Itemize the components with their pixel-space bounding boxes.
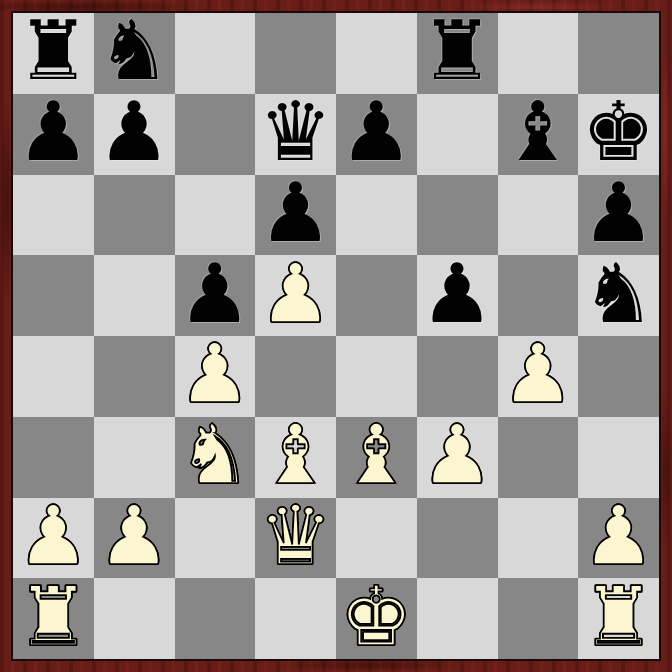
square-b5[interactable] bbox=[94, 255, 175, 336]
square-e8[interactable] bbox=[336, 13, 417, 94]
square-d2[interactable]: ♛ bbox=[255, 498, 336, 579]
square-a1[interactable]: ♜ bbox=[13, 578, 94, 659]
square-b6[interactable] bbox=[94, 175, 175, 256]
square-b4[interactable] bbox=[94, 336, 175, 417]
square-g7[interactable]: ♝ bbox=[498, 94, 579, 175]
square-d7[interactable]: ♛ bbox=[255, 94, 336, 175]
black-pawn[interactable]: ♟ bbox=[582, 173, 656, 253]
white-pawn[interactable]: ♟ bbox=[259, 254, 333, 334]
square-c6[interactable] bbox=[175, 175, 256, 256]
square-h6[interactable]: ♟ bbox=[578, 175, 659, 256]
square-f8[interactable]: ♜ bbox=[417, 13, 498, 94]
square-a8[interactable]: ♜ bbox=[13, 13, 94, 94]
white-pawn[interactable]: ♟ bbox=[97, 496, 171, 576]
square-e5[interactable] bbox=[336, 255, 417, 336]
white-pawn[interactable]: ♟ bbox=[582, 496, 656, 576]
square-a2[interactable]: ♟ bbox=[13, 498, 94, 579]
square-d1[interactable] bbox=[255, 578, 336, 659]
square-e1[interactable]: ♚ bbox=[336, 578, 417, 659]
square-a3[interactable] bbox=[13, 417, 94, 498]
black-pawn[interactable]: ♟ bbox=[420, 254, 494, 334]
square-b3[interactable] bbox=[94, 417, 175, 498]
square-h2[interactable]: ♟ bbox=[578, 498, 659, 579]
square-c4[interactable]: ♟ bbox=[175, 336, 256, 417]
square-a7[interactable]: ♟ bbox=[13, 94, 94, 175]
square-f3[interactable]: ♟ bbox=[417, 417, 498, 498]
square-f7[interactable] bbox=[417, 94, 498, 175]
square-h5[interactable]: ♞ bbox=[578, 255, 659, 336]
square-g8[interactable] bbox=[498, 13, 579, 94]
square-d4[interactable] bbox=[255, 336, 336, 417]
white-bishop[interactable]: ♝ bbox=[259, 415, 333, 495]
square-f2[interactable] bbox=[417, 498, 498, 579]
black-queen[interactable]: ♛ bbox=[259, 92, 333, 172]
white-pawn[interactable]: ♟ bbox=[501, 334, 575, 414]
square-g5[interactable] bbox=[498, 255, 579, 336]
square-h7[interactable]: ♚ bbox=[578, 94, 659, 175]
square-f5[interactable]: ♟ bbox=[417, 255, 498, 336]
square-f6[interactable] bbox=[417, 175, 498, 256]
square-c1[interactable] bbox=[175, 578, 256, 659]
black-pawn[interactable]: ♟ bbox=[17, 92, 91, 172]
square-e4[interactable] bbox=[336, 336, 417, 417]
square-c7[interactable] bbox=[175, 94, 256, 175]
square-b7[interactable]: ♟ bbox=[94, 94, 175, 175]
square-g4[interactable]: ♟ bbox=[498, 336, 579, 417]
square-h4[interactable] bbox=[578, 336, 659, 417]
square-a6[interactable] bbox=[13, 175, 94, 256]
square-c3[interactable]: ♞ bbox=[175, 417, 256, 498]
square-h1[interactable]: ♜ bbox=[578, 578, 659, 659]
black-pawn[interactable]: ♟ bbox=[259, 173, 333, 253]
white-king[interactable]: ♚ bbox=[340, 577, 414, 657]
square-g3[interactable] bbox=[498, 417, 579, 498]
square-d6[interactable]: ♟ bbox=[255, 175, 336, 256]
square-g6[interactable] bbox=[498, 175, 579, 256]
black-bishop[interactable]: ♝ bbox=[501, 92, 575, 172]
white-pawn[interactable]: ♟ bbox=[178, 334, 252, 414]
square-g1[interactable] bbox=[498, 578, 579, 659]
square-c8[interactable] bbox=[175, 13, 256, 94]
chess-board: ♜♞♜♟♟♛♟♝♚♟♟♟♟♟♞♟♟♞♝♝♟♟♟♛♟♜♚♜ bbox=[11, 11, 661, 661]
square-g2[interactable] bbox=[498, 498, 579, 579]
square-d3[interactable]: ♝ bbox=[255, 417, 336, 498]
square-e3[interactable]: ♝ bbox=[336, 417, 417, 498]
square-e2[interactable] bbox=[336, 498, 417, 579]
square-a5[interactable] bbox=[13, 255, 94, 336]
square-e6[interactable] bbox=[336, 175, 417, 256]
white-rook[interactable]: ♜ bbox=[17, 577, 91, 657]
black-knight[interactable]: ♞ bbox=[97, 11, 171, 91]
square-d5[interactable]: ♟ bbox=[255, 255, 336, 336]
square-f4[interactable] bbox=[417, 336, 498, 417]
black-king[interactable]: ♚ bbox=[582, 92, 656, 172]
white-queen[interactable]: ♛ bbox=[259, 496, 333, 576]
white-pawn[interactable]: ♟ bbox=[17, 496, 91, 576]
square-a4[interactable] bbox=[13, 336, 94, 417]
square-e7[interactable]: ♟ bbox=[336, 94, 417, 175]
black-rook[interactable]: ♜ bbox=[17, 11, 91, 91]
black-pawn[interactable]: ♟ bbox=[178, 254, 252, 334]
black-rook[interactable]: ♜ bbox=[420, 11, 494, 91]
white-knight[interactable]: ♞ bbox=[178, 415, 252, 495]
black-pawn[interactable]: ♟ bbox=[340, 92, 414, 172]
square-b2[interactable]: ♟ bbox=[94, 498, 175, 579]
square-h3[interactable] bbox=[578, 417, 659, 498]
square-b8[interactable]: ♞ bbox=[94, 13, 175, 94]
black-pawn[interactable]: ♟ bbox=[97, 92, 171, 172]
wooden-frame: ♜♞♜♟♟♛♟♝♚♟♟♟♟♟♞♟♟♞♝♝♟♟♟♛♟♜♚♜ bbox=[0, 0, 672, 672]
white-bishop[interactable]: ♝ bbox=[340, 415, 414, 495]
black-knight[interactable]: ♞ bbox=[582, 254, 656, 334]
square-c5[interactable]: ♟ bbox=[175, 255, 256, 336]
square-f1[interactable] bbox=[417, 578, 498, 659]
white-pawn[interactable]: ♟ bbox=[420, 415, 494, 495]
white-rook[interactable]: ♜ bbox=[582, 577, 656, 657]
square-c2[interactable] bbox=[175, 498, 256, 579]
square-b1[interactable] bbox=[94, 578, 175, 659]
square-d8[interactable] bbox=[255, 13, 336, 94]
square-h8[interactable] bbox=[578, 13, 659, 94]
